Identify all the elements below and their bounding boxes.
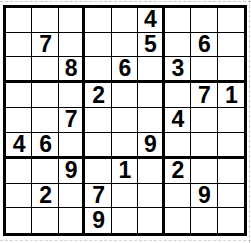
cell-r6c4[interactable] — [85, 133, 111, 159]
cell-r8c5[interactable] — [112, 184, 138, 209]
cell-r7c1[interactable] — [6, 159, 32, 184]
cell-r4c4[interactable]: 2 — [85, 83, 111, 108]
cell-r2c3[interactable] — [59, 33, 85, 58]
cell-r7c7[interactable]: 2 — [165, 159, 191, 184]
cell-r3c6[interactable] — [138, 57, 164, 83]
sudoku-board: 4 7 5 6 8 6 3 2 7 1 7 4 4 6 9 9 1 2 — [3, 5, 247, 236]
cell-r8c2[interactable]: 2 — [32, 184, 58, 209]
cell-r9c4[interactable]: 9 — [85, 208, 111, 233]
cell-r6c9[interactable] — [218, 133, 244, 159]
cell-r1c5[interactable] — [112, 8, 138, 33]
cell-r4c2[interactable] — [32, 83, 58, 108]
cell-r1c9[interactable] — [218, 8, 244, 33]
cell-r6c2[interactable]: 6 — [32, 133, 58, 159]
cell-r7c5[interactable]: 1 — [112, 159, 138, 184]
cell-r1c8[interactable] — [191, 8, 217, 33]
cell-r6c6[interactable]: 9 — [138, 133, 164, 159]
cell-r2c5[interactable] — [112, 33, 138, 58]
cell-r4c9[interactable]: 1 — [218, 83, 244, 108]
cell-r9c7[interactable] — [165, 208, 191, 233]
cell-r8c1[interactable] — [6, 184, 32, 209]
cell-r4c7[interactable] — [165, 83, 191, 108]
cell-r9c3[interactable] — [59, 208, 85, 233]
cell-r8c7[interactable] — [165, 184, 191, 209]
cell-r9c2[interactable] — [32, 208, 58, 233]
cell-r5c6[interactable] — [138, 108, 164, 133]
cell-r5c5[interactable] — [112, 108, 138, 133]
cell-r2c6[interactable]: 5 — [138, 33, 164, 58]
cell-r2c7[interactable] — [165, 33, 191, 58]
cell-r9c8[interactable] — [191, 208, 217, 233]
cell-r2c8[interactable]: 6 — [191, 33, 217, 58]
cell-r2c2[interactable]: 7 — [32, 33, 58, 58]
cell-r4c3[interactable] — [59, 83, 85, 108]
cell-r6c1[interactable]: 4 — [6, 133, 32, 159]
cell-r3c8[interactable] — [191, 57, 217, 83]
cell-r6c5[interactable] — [112, 133, 138, 159]
cell-r7c3[interactable]: 9 — [59, 159, 85, 184]
cell-r1c1[interactable] — [6, 8, 32, 33]
cell-r3c3[interactable]: 8 — [59, 57, 85, 83]
cell-r2c1[interactable] — [6, 33, 32, 58]
cell-r7c6[interactable] — [138, 159, 164, 184]
cell-r7c9[interactable] — [218, 159, 244, 184]
cell-r4c6[interactable] — [138, 83, 164, 108]
cell-r2c4[interactable] — [85, 33, 111, 58]
cell-r7c2[interactable] — [32, 159, 58, 184]
cell-r5c4[interactable] — [85, 108, 111, 133]
cell-r1c3[interactable] — [59, 8, 85, 33]
cell-r9c9[interactable] — [218, 208, 244, 233]
cell-r7c4[interactable] — [85, 159, 111, 184]
cell-r8c3[interactable] — [59, 184, 85, 209]
sudoku-page: { "game": "sudoku", "position": "0000040… — [0, 0, 251, 243]
cell-r8c6[interactable] — [138, 184, 164, 209]
cell-r3c2[interactable] — [32, 57, 58, 83]
spreadsheet-gridline-top — [0, 1, 251, 2]
cell-r6c3[interactable] — [59, 133, 85, 159]
cell-r2c9[interactable] — [218, 33, 244, 58]
cell-r1c4[interactable] — [85, 8, 111, 33]
cell-r1c2[interactable] — [32, 8, 58, 33]
cell-r6c8[interactable] — [191, 133, 217, 159]
cell-r5c9[interactable] — [218, 108, 244, 133]
cell-r9c6[interactable] — [138, 208, 164, 233]
cell-r9c5[interactable] — [112, 208, 138, 233]
spreadsheet-gridline-right — [249, 0, 250, 243]
cell-r7c8[interactable] — [191, 159, 217, 184]
cell-r4c8[interactable]: 7 — [191, 83, 217, 108]
cell-r1c7[interactable] — [165, 8, 191, 33]
cell-r1c6[interactable]: 4 — [138, 8, 164, 33]
cell-r3c7[interactable]: 3 — [165, 57, 191, 83]
cell-r5c8[interactable] — [191, 108, 217, 133]
cell-r6c7[interactable] — [165, 133, 191, 159]
cell-r5c3[interactable]: 7 — [59, 108, 85, 133]
cell-r5c1[interactable] — [6, 108, 32, 133]
cell-r3c9[interactable] — [218, 57, 244, 83]
cell-r4c1[interactable] — [6, 83, 32, 108]
cell-r8c4[interactable]: 7 — [85, 184, 111, 209]
cell-r8c9[interactable] — [218, 184, 244, 209]
cell-r3c5[interactable]: 6 — [112, 57, 138, 83]
spreadsheet-gridline-bottom — [0, 240, 251, 241]
cell-r3c1[interactable] — [6, 57, 32, 83]
cell-r8c8[interactable]: 9 — [191, 184, 217, 209]
cell-r5c7[interactable]: 4 — [165, 108, 191, 133]
cell-r9c1[interactable] — [6, 208, 32, 233]
cell-r4c5[interactable] — [112, 83, 138, 108]
cell-r3c4[interactable] — [85, 57, 111, 83]
cell-r5c2[interactable] — [32, 108, 58, 133]
